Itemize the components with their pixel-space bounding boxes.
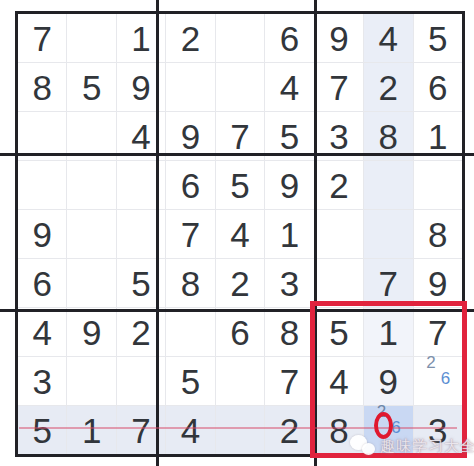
- digit: 9: [131, 70, 150, 105]
- digit: 4: [181, 413, 200, 448]
- cell-r6c3[interactable]: 5: [117, 259, 165, 307]
- cell-r7c3[interactable]: 2: [117, 308, 165, 356]
- digit: 8: [329, 413, 348, 448]
- cell-r8c9[interactable]: 26: [414, 357, 462, 405]
- cell-r4c2[interactable]: [67, 161, 115, 209]
- cell-r1c8[interactable]: 4: [364, 14, 412, 62]
- cell-r3c6[interactable]: 5: [265, 112, 313, 160]
- cell-r4c9[interactable]: [414, 161, 462, 209]
- cell-r7c1[interactable]: 4: [18, 308, 66, 356]
- cell-r3c2[interactable]: [67, 112, 115, 160]
- cell-r3c3[interactable]: 4: [117, 112, 165, 160]
- cell-r9c6[interactable]: 2: [265, 406, 313, 454]
- cell-r6c7[interactable]: [315, 259, 363, 307]
- cell-r7c9[interactable]: 7: [414, 308, 462, 356]
- cell-r1c5[interactable]: [216, 14, 264, 62]
- cell-r7c6[interactable]: 8: [265, 308, 313, 356]
- cell-r7c4[interactable]: [166, 308, 214, 356]
- digit: 4: [32, 315, 51, 350]
- cell-r4c5[interactable]: 5: [216, 161, 264, 209]
- cell-r3c7[interactable]: 3: [315, 112, 363, 160]
- cell-r4c6[interactable]: 9: [265, 161, 313, 209]
- digit: 9: [428, 266, 447, 301]
- cell-r6c5[interactable]: 2: [216, 259, 264, 307]
- cell-r3c4[interactable]: 9: [166, 112, 214, 160]
- digit: 9: [82, 315, 101, 350]
- cell-r9c4[interactable]: 4: [166, 406, 214, 454]
- cell-r1c2[interactable]: [67, 14, 115, 62]
- digit: 7: [32, 21, 51, 56]
- cell-r2c8[interactable]: 2: [364, 63, 412, 111]
- cell-r3c1[interactable]: [18, 112, 66, 160]
- cell-r5c4[interactable]: 7: [166, 210, 214, 258]
- cell-r5c1[interactable]: 9: [18, 210, 66, 258]
- cell-r1c6[interactable]: 6: [265, 14, 313, 62]
- cell-r5c7[interactable]: [315, 210, 363, 258]
- digit: 2: [379, 70, 398, 105]
- cell-r2c2[interactable]: 5: [67, 63, 115, 111]
- digit: 9: [280, 168, 299, 203]
- cell-r5c9[interactable]: 8: [414, 210, 462, 258]
- digit: 9: [329, 21, 348, 56]
- cell-r6c4[interactable]: 8: [166, 259, 214, 307]
- digit: 2: [181, 21, 200, 56]
- digit: 6: [230, 315, 249, 350]
- digit: 3: [32, 364, 51, 399]
- cell-r1c4[interactable]: 2: [166, 14, 214, 62]
- cell-r5c8[interactable]: [364, 210, 412, 258]
- digit: 8: [428, 217, 447, 252]
- cell-r2c9[interactable]: 6: [414, 63, 462, 111]
- cell-r6c2[interactable]: [67, 259, 115, 307]
- digit: 3: [329, 119, 348, 154]
- digit: 5: [428, 21, 447, 56]
- cell-r1c7[interactable]: 9: [315, 14, 363, 62]
- pencil-mark: 6: [441, 370, 450, 387]
- digit: 7: [230, 119, 249, 154]
- digit: 4: [131, 119, 150, 154]
- cell-r5c2[interactable]: [67, 210, 115, 258]
- digit: 5: [32, 413, 51, 448]
- digit: 5: [230, 168, 249, 203]
- cell-r5c6[interactable]: 1: [265, 210, 313, 258]
- digit: 9: [32, 217, 51, 252]
- pencil-mark: 2: [426, 354, 435, 371]
- cell-r2c1[interactable]: 8: [18, 63, 66, 111]
- digit: 4: [230, 217, 249, 252]
- digit: 7: [131, 413, 150, 448]
- cell-r9c8[interactable]: 26: [364, 406, 412, 454]
- cell-r9c1[interactable]: 5: [18, 406, 66, 454]
- cell-r8c3[interactable]: [117, 357, 165, 405]
- digit: 5: [329, 315, 348, 350]
- sudoku-board: 7126945859472649753816592974186582379492…: [15, 11, 465, 457]
- cell-r4c8[interactable]: [364, 161, 412, 209]
- cell-r2c5[interactable]: [216, 63, 264, 111]
- digit: 5: [181, 364, 200, 399]
- digit: 8: [280, 315, 299, 350]
- digit: 4: [379, 21, 398, 56]
- cell-r2c3[interactable]: 9: [117, 63, 165, 111]
- cell-r9c5[interactable]: [216, 406, 264, 454]
- digit: 1: [131, 21, 150, 56]
- cell-r8c5[interactable]: [216, 357, 264, 405]
- digit: 8: [32, 70, 51, 105]
- digit: 6: [32, 266, 51, 301]
- digit: 6: [181, 168, 200, 203]
- cell-r6c1[interactable]: 6: [18, 259, 66, 307]
- digit: 3: [280, 266, 299, 301]
- digit: 9: [379, 364, 398, 399]
- cell-r3c9[interactable]: 1: [414, 112, 462, 160]
- digit: 7: [379, 266, 398, 301]
- cell-r1c3[interactable]: 1: [117, 14, 165, 62]
- cell-r5c3[interactable]: [117, 210, 165, 258]
- cell-r2c7[interactable]: 7: [315, 63, 363, 111]
- cell-r7c2[interactable]: 9: [67, 308, 115, 356]
- cell-r6c9[interactable]: 9: [414, 259, 462, 307]
- cell-r8c2[interactable]: [67, 357, 115, 405]
- digit: 5: [280, 119, 299, 154]
- cell-r6c8[interactable]: 7: [364, 259, 412, 307]
- digit: 8: [379, 119, 398, 154]
- digit: 2: [280, 413, 299, 448]
- cell-r4c4[interactable]: 6: [166, 161, 214, 209]
- digit: 7: [329, 70, 348, 105]
- digit: 2: [329, 168, 348, 203]
- cell-r8c4[interactable]: 5: [166, 357, 214, 405]
- digit: 6: [428, 70, 447, 105]
- cell-r8c8[interactable]: 9: [364, 357, 412, 405]
- digit: 6: [280, 21, 299, 56]
- digit: 7: [428, 315, 447, 350]
- digit: 1: [280, 217, 299, 252]
- cell-r1c9[interactable]: 5: [414, 14, 462, 62]
- cell-r8c7[interactable]: 4: [315, 357, 363, 405]
- digit: 4: [329, 364, 348, 399]
- cell-r5c5[interactable]: 4: [216, 210, 264, 258]
- cell-r6c6[interactable]: 3: [265, 259, 313, 307]
- cell-r4c7[interactable]: 2: [315, 161, 363, 209]
- cell-r4c1[interactable]: [18, 161, 66, 209]
- digit: 8: [181, 266, 200, 301]
- cell-r8c6[interactable]: 7: [265, 357, 313, 405]
- digit: 9: [181, 119, 200, 154]
- cell-r3c5[interactable]: 7: [216, 112, 264, 160]
- cell-r9c2[interactable]: 1: [67, 406, 115, 454]
- error-circle-annotation: [374, 412, 393, 439]
- cell-r9c3[interactable]: 7: [117, 406, 165, 454]
- cell-r7c5[interactable]: 6: [216, 308, 264, 356]
- cell-r8c1[interactable]: 3: [18, 357, 66, 405]
- digit: 7: [280, 364, 299, 399]
- digit: 1: [428, 119, 447, 154]
- cell-r2c6[interactable]: 4: [265, 63, 313, 111]
- digit: 4: [280, 70, 299, 105]
- digit: 1: [379, 315, 398, 350]
- digit: 7: [181, 217, 200, 252]
- cell-r9c9[interactable]: 3: [414, 406, 462, 454]
- cell-r3c8[interactable]: 8: [364, 112, 412, 160]
- cell-r4c3[interactable]: [117, 161, 165, 209]
- cell-r1c1[interactable]: 7: [18, 14, 66, 62]
- digit: 5: [82, 70, 101, 105]
- cell-r9c7[interactable]: 8: [315, 406, 363, 454]
- digit: 1: [82, 413, 101, 448]
- cell-r2c4[interactable]: [166, 63, 214, 111]
- digit: 3: [428, 413, 447, 448]
- digit: 5: [131, 266, 150, 301]
- digit: 2: [230, 266, 249, 301]
- cell-r7c8[interactable]: 1: [364, 308, 412, 356]
- cell-r7c7[interactable]: 5: [315, 308, 363, 356]
- digit: 2: [131, 315, 150, 350]
